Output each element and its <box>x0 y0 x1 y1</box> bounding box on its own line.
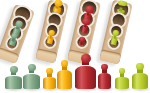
lime-peg-knob <box>117 0 128 7</box>
cylinder-block-green <box>0 4 35 64</box>
yellow-peg-knob <box>46 68 53 74</box>
red-peg-body <box>75 66 96 89</box>
cylinder-block-yellow <box>35 0 68 63</box>
red-peg-body <box>98 73 111 89</box>
cylinder-block-lime <box>99 0 132 64</box>
yellow-peg-body <box>43 77 56 89</box>
lime-peg-knob <box>136 63 144 70</box>
loose-peg-yellow-small[interactable] <box>43 68 56 89</box>
block-end-face <box>0 47 19 64</box>
loose-peg-green-medium[interactable] <box>5 66 22 89</box>
yellow-peg-body <box>57 70 72 89</box>
loose-peg-lime-small[interactable] <box>115 68 129 89</box>
lime-peg-body <box>115 77 129 89</box>
red-peg-knob <box>81 54 91 63</box>
loose-peg-green-large[interactable] <box>23 64 40 89</box>
green-peg-knob <box>28 64 36 71</box>
green-peg-body <box>23 74 40 89</box>
block-end-face <box>99 49 121 64</box>
green-peg-body <box>5 76 22 89</box>
block-end-face <box>35 48 57 63</box>
yellow-peg-knob <box>61 60 69 67</box>
toy-scene <box>0 0 150 93</box>
lime-peg-body <box>132 73 148 89</box>
green-peg-knob <box>10 66 18 73</box>
loose-peg-red-small[interactable] <box>98 64 111 89</box>
loose-peg-yellow-large[interactable] <box>57 60 72 89</box>
red-peg-knob <box>101 64 108 70</box>
loose-peg-red-xlarge[interactable] <box>75 54 96 89</box>
loose-peg-lime-medium[interactable] <box>132 63 148 89</box>
